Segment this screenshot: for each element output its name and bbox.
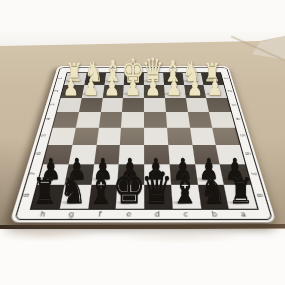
rank-label-2: 2: [45, 88, 67, 93]
square-f2[interactable]: [102, 85, 124, 98]
square-c7[interactable]: [169, 164, 197, 185]
file-label-a: a: [228, 210, 259, 220]
square-e7[interactable]: [118, 164, 145, 185]
square-b3[interactable]: [185, 98, 209, 112]
file-label-top-g: g: [86, 67, 106, 71]
square-b1[interactable]: [182, 73, 204, 85]
rank-label-4: 4: [36, 116, 60, 122]
rank-label-1: 1: [49, 76, 70, 81]
file-label-top-d: d: [143, 67, 162, 71]
square-b2[interactable]: [184, 85, 207, 98]
rank-label-8: 8: [11, 191, 41, 200]
square-c6[interactable]: [168, 145, 195, 164]
rank-label-6: 6: [24, 150, 51, 157]
square-e3[interactable]: [122, 98, 144, 112]
square-c1[interactable]: [163, 73, 184, 85]
square-e4[interactable]: [121, 112, 144, 128]
square-d3[interactable]: [144, 98, 166, 112]
file-label-top-b: b: [180, 67, 200, 71]
file-label-g: g: [56, 210, 86, 220]
file-label-top-c: c: [162, 67, 181, 71]
square-g2[interactable]: [82, 85, 105, 98]
rank-label-right-8: 8: [245, 191, 275, 200]
rank-label-7: 7: [18, 169, 46, 177]
file-label-c: c: [171, 210, 201, 220]
rank-label-right-2: 2: [219, 88, 241, 93]
square-b4[interactable]: [187, 112, 212, 128]
rank-label-right-6: 6: [235, 150, 262, 157]
square-d5[interactable]: [144, 128, 168, 145]
square-g4[interactable]: [76, 112, 101, 128]
square-f1[interactable]: [104, 73, 125, 85]
photo-scene: hgfedcba hgfedcba 12345678 12345678 ♜♞♝♚…: [0, 0, 285, 285]
file-label-h: h: [27, 210, 58, 220]
square-e6[interactable]: [119, 145, 144, 164]
file-label-top-e: e: [124, 67, 143, 71]
rank-label-5: 5: [30, 132, 55, 139]
square-g1[interactable]: [84, 73, 105, 85]
square-c5[interactable]: [167, 128, 192, 145]
square-g5[interactable]: [72, 128, 98, 145]
square-d2[interactable]: [144, 85, 165, 98]
rank-label-right-5: 5: [230, 132, 255, 139]
square-d1[interactable]: [144, 73, 164, 85]
square-d4[interactable]: [144, 112, 167, 128]
square-g3[interactable]: [79, 98, 103, 112]
square-g8[interactable]: [59, 185, 90, 209]
square-e2[interactable]: [123, 85, 144, 98]
square-c8[interactable]: [171, 185, 201, 209]
rank-label-right-7: 7: [240, 169, 268, 177]
file-label-f: f: [85, 210, 115, 220]
rank-label-right-3: 3: [223, 101, 246, 107]
file-label-top-h: h: [67, 67, 87, 71]
square-f8[interactable]: [88, 185, 118, 209]
file-label-top-f: f: [105, 67, 124, 71]
file-label-b: b: [200, 210, 230, 220]
square-c4[interactable]: [166, 112, 190, 128]
square-d7[interactable]: [144, 164, 171, 185]
square-c2[interactable]: [164, 85, 186, 98]
file-label-d: d: [143, 210, 172, 220]
file-labels-top: hgfedcba: [67, 67, 219, 71]
square-f5[interactable]: [96, 128, 121, 145]
square-g7[interactable]: [64, 164, 93, 185]
square-g6[interactable]: [68, 145, 96, 164]
square-f4[interactable]: [98, 112, 122, 128]
file-label-top-a: a: [199, 67, 219, 71]
square-c3[interactable]: [165, 98, 188, 112]
rank-label-3: 3: [41, 101, 64, 107]
foreground-surface: [0, 229, 285, 285]
rank-label-right-4: 4: [226, 116, 250, 122]
file-labels-bottom: hgfedcba: [27, 210, 259, 220]
square-f6[interactable]: [94, 145, 120, 164]
square-d8[interactable]: [144, 185, 172, 209]
square-e1[interactable]: [124, 73, 144, 85]
rank-label-right-1: 1: [216, 76, 237, 81]
square-e8[interactable]: [116, 185, 144, 209]
square-f7[interactable]: [91, 164, 119, 185]
square-d6[interactable]: [144, 145, 169, 164]
chessboard-mat: hgfedcba hgfedcba 12345678 12345678: [10, 66, 277, 222]
file-label-e: e: [114, 210, 143, 220]
square-e5[interactable]: [120, 128, 144, 145]
square-f3[interactable]: [100, 98, 123, 112]
